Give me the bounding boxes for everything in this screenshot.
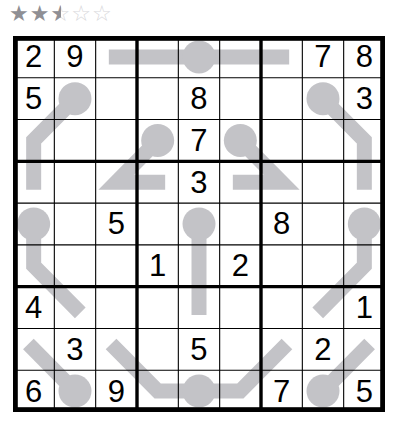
cell-r3c7[interactable] [261,120,302,162]
cell-r1c6[interactable] [220,36,261,78]
star-empty-icon: ☆ [92,1,113,27]
cell-r2c5[interactable]: 8 [178,78,219,120]
cell-r6c8[interactable] [302,245,343,287]
cell-r1c1[interactable]: 2 [13,36,54,78]
cell-r5c7[interactable]: 8 [261,203,302,245]
cell-r1c7[interactable] [261,36,302,78]
given-digit: 1 [356,292,373,323]
sudoku-board: 2978583735812413526975 [13,36,385,412]
cell-r8c3[interactable] [96,328,137,370]
cell-r9c5[interactable] [178,370,219,412]
cell-r2c4[interactable] [137,78,178,120]
cell-r3c1[interactable] [13,120,54,162]
cell-r8c2[interactable]: 3 [54,328,95,370]
cell-r6c5[interactable] [178,245,219,287]
star-empty-icon: ☆ [71,1,92,27]
difficulty-rating: ★★☆★☆☆ [9,1,113,27]
cell-r6c3[interactable] [96,245,137,287]
cell-r4c3[interactable] [96,161,137,203]
given-digit: 2 [314,334,331,365]
given-digit: 9 [66,41,83,72]
cell-r3c8[interactable] [302,120,343,162]
cell-r7c5[interactable] [178,287,219,329]
cell-r1c8[interactable]: 7 [302,36,343,78]
cell-r4c6[interactable] [220,161,261,203]
given-digit: 3 [356,83,373,114]
cell-r5c6[interactable] [220,203,261,245]
cell-r7c9[interactable]: 1 [344,287,385,329]
cell-r8c7[interactable] [261,328,302,370]
cell-r6c7[interactable] [261,245,302,287]
cell-r3c3[interactable] [96,120,137,162]
given-digit: 9 [108,376,125,407]
cell-r4c4[interactable] [137,161,178,203]
cell-r6c2[interactable] [54,245,95,287]
puzzle-page: ★★☆★☆☆ 2978583735812413526975 [0,0,398,421]
cell-r7c8[interactable] [302,287,343,329]
cell-r2c2[interactable] [54,78,95,120]
cell-r9c4[interactable] [137,370,178,412]
cell-r3c2[interactable] [54,120,95,162]
cell-r9c1[interactable]: 6 [13,370,54,412]
cell-r8c8[interactable]: 2 [302,328,343,370]
cell-r5c3[interactable]: 5 [96,203,137,245]
cell-r9c2[interactable] [54,370,95,412]
cell-r1c9[interactable]: 8 [344,36,385,78]
cell-r7c6[interactable] [220,287,261,329]
cell-r7c7[interactable] [261,287,302,329]
given-digit: 5 [25,83,42,114]
cell-r3c9[interactable] [344,120,385,162]
cell-r1c3[interactable] [96,36,137,78]
cell-r1c2[interactable]: 9 [54,36,95,78]
given-digit: 8 [190,83,207,114]
star-filled-icon: ★ [9,1,30,27]
cell-r4c5[interactable]: 3 [178,161,219,203]
given-digit: 3 [190,167,207,198]
given-digit: 3 [66,334,83,365]
cell-r9c6[interactable] [220,370,261,412]
given-digit: 8 [356,41,373,72]
cell-r3c6[interactable] [220,120,261,162]
cell-r5c8[interactable] [302,203,343,245]
cell-r2c7[interactable] [261,78,302,120]
cell-r7c1[interactable]: 4 [13,287,54,329]
cell-r8c4[interactable] [137,328,178,370]
cell-r4c2[interactable] [54,161,95,203]
cell-r9c8[interactable] [302,370,343,412]
cell-r4c7[interactable] [261,161,302,203]
given-digit: 2 [25,41,42,72]
cell-r3c4[interactable] [137,120,178,162]
given-digit: 7 [190,125,207,156]
cell-r7c3[interactable] [96,287,137,329]
cell-r4c9[interactable] [344,161,385,203]
cell-r2c1[interactable]: 5 [13,78,54,120]
cell-r5c9[interactable] [344,203,385,245]
given-digit: 5 [190,334,207,365]
cell-r6c1[interactable] [13,245,54,287]
cell-r1c5[interactable] [178,36,219,78]
given-digit: 7 [273,376,290,407]
given-digit: 1 [149,250,166,281]
cell-r3c5[interactable]: 7 [178,120,219,162]
cell-r6c6[interactable]: 2 [220,245,261,287]
cell-r9c9[interactable]: 5 [344,370,385,412]
cell-r4c8[interactable] [302,161,343,203]
cell-r7c2[interactable] [54,287,95,329]
cell-r4c1[interactable] [13,161,54,203]
cell-r5c4[interactable] [137,203,178,245]
given-digit: 5 [108,208,125,239]
cell-r9c7[interactable]: 7 [261,370,302,412]
cell-r2c8[interactable] [302,78,343,120]
cell-r5c2[interactable] [54,203,95,245]
given-digit: 4 [25,292,42,323]
cell-r8c1[interactable] [13,328,54,370]
cell-r7c4[interactable] [137,287,178,329]
given-digit: 8 [273,208,290,239]
given-digit: 5 [356,376,373,407]
cell-r8c6[interactable] [220,328,261,370]
cell-r2c6[interactable] [220,78,261,120]
given-digit: 6 [25,376,42,407]
cell-r6c4[interactable]: 1 [137,245,178,287]
cell-r1c4[interactable] [137,36,178,78]
star-filled-icon: ★ [30,1,51,27]
given-digit: 7 [314,41,331,72]
cell-r8c9[interactable] [344,328,385,370]
cell-r2c3[interactable] [96,78,137,120]
star-half-icon: ☆★ [50,1,71,27]
cell-r8c5[interactable]: 5 [178,328,219,370]
cell-r6c9[interactable] [344,245,385,287]
cell-r9c3[interactable]: 9 [96,370,137,412]
given-digit: 2 [232,250,249,281]
cells-layer: 2978583735812413526975 [13,36,385,412]
cell-r5c1[interactable] [13,203,54,245]
cell-r2c9[interactable]: 3 [344,78,385,120]
cell-r5c5[interactable] [178,203,219,245]
